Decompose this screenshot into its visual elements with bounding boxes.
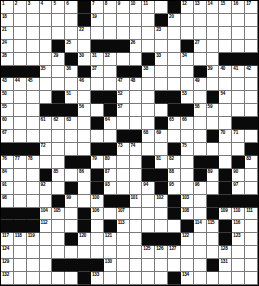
grid-cell[interactable] — [219, 156, 232, 169]
grid-cell[interactable]: 113 — [117, 220, 130, 233]
grid-cell[interactable] — [27, 272, 40, 285]
grid-cell[interactable] — [117, 259, 130, 272]
grid-cell[interactable]: 100 — [91, 195, 104, 208]
grid-cell[interactable]: 39 — [207, 66, 220, 79]
grid-cell[interactable] — [130, 272, 143, 285]
grid-cell[interactable]: 37 — [91, 66, 104, 79]
grid-cell[interactable] — [181, 66, 194, 79]
grid-cell[interactable]: 115 — [207, 220, 220, 233]
grid-cell[interactable]: 92 — [40, 182, 53, 195]
grid-cell[interactable]: 75 — [181, 143, 194, 156]
grid-cell[interactable]: 47 — [117, 78, 130, 91]
grid-cell[interactable] — [91, 246, 104, 259]
grid-cell[interactable] — [14, 40, 27, 53]
grid-cell[interactable] — [40, 78, 53, 91]
grid-cell[interactable] — [245, 246, 258, 259]
grid-cell[interactable] — [130, 53, 143, 66]
grid-cell[interactable] — [219, 117, 232, 130]
grid-cell[interactable] — [181, 130, 194, 143]
grid-cell[interactable] — [14, 53, 27, 66]
grid-cell[interactable] — [52, 156, 65, 169]
grid-cell[interactable]: 26 — [130, 40, 143, 53]
grid-cell[interactable] — [14, 91, 27, 104]
grid-cell[interactable]: 122 — [181, 233, 194, 246]
grid-cell[interactable] — [40, 91, 53, 104]
grid-cell[interactable] — [181, 169, 194, 182]
grid-cell[interactable] — [245, 233, 258, 246]
grid-cell[interactable]: 48 — [130, 78, 143, 91]
grid-cell[interactable]: 70 — [219, 130, 232, 143]
grid-cell[interactable] — [65, 220, 78, 233]
grid-cell[interactable] — [65, 130, 78, 143]
grid-cell[interactable] — [232, 91, 245, 104]
grid-cell[interactable]: 95 — [168, 182, 181, 195]
grid-cell[interactable] — [181, 246, 194, 259]
grid-cell[interactable] — [40, 53, 53, 66]
grid-cell[interactable] — [219, 14, 232, 27]
grid-cell[interactable] — [181, 14, 194, 27]
grid-cell[interactable]: 81 — [155, 156, 168, 169]
grid-cell[interactable] — [27, 91, 40, 104]
grid-cell[interactable]: 82 — [168, 156, 181, 169]
grid-cell[interactable] — [245, 272, 258, 285]
grid-cell[interactable] — [91, 78, 104, 91]
grid-cell[interactable]: 17 — [245, 1, 258, 14]
grid-cell[interactable]: 66 — [181, 117, 194, 130]
grid-cell[interactable]: 123 — [232, 233, 245, 246]
grid-cell[interactable]: 43 — [1, 78, 14, 91]
grid-cell[interactable]: 134 — [181, 272, 194, 285]
grid-cell[interactable] — [52, 182, 65, 195]
grid-cell[interactable] — [130, 208, 143, 221]
grid-cell[interactable]: 61 — [40, 117, 53, 130]
grid-cell[interactable] — [117, 169, 130, 182]
grid-cell[interactable] — [232, 272, 245, 285]
grid-cell[interactable] — [27, 246, 40, 259]
grid-cell[interactable] — [219, 143, 232, 156]
grid-cell[interactable]: 38 — [142, 66, 155, 79]
grid-cell[interactable]: 20 — [168, 14, 181, 27]
grid-cell[interactable] — [130, 117, 143, 130]
grid-cell[interactable] — [52, 246, 65, 259]
grid-cell[interactable] — [142, 27, 155, 40]
grid-cell[interactable] — [104, 14, 117, 27]
grid-cell[interactable] — [181, 27, 194, 40]
grid-cell[interactable] — [27, 259, 40, 272]
grid-cell[interactable] — [168, 220, 181, 233]
grid-cell[interactable] — [78, 143, 91, 156]
grid-cell[interactable] — [245, 259, 258, 272]
grid-cell[interactable] — [181, 182, 194, 195]
grid-cell[interactable] — [245, 91, 258, 104]
grid-cell[interactable] — [130, 156, 143, 169]
grid-cell[interactable] — [40, 272, 53, 285]
grid-cell[interactable]: 67 — [1, 130, 14, 143]
grid-cell[interactable] — [40, 14, 53, 27]
grid-cell[interactable] — [194, 208, 207, 221]
grid-cell[interactable] — [52, 143, 65, 156]
grid-cell[interactable] — [104, 272, 117, 285]
grid-cell[interactable]: 111 — [245, 208, 258, 221]
grid-cell[interactable]: 98 — [1, 195, 14, 208]
grid-cell[interactable] — [52, 27, 65, 40]
grid-cell[interactable] — [232, 40, 245, 53]
grid-cell[interactable]: 10 — [130, 1, 143, 14]
grid-cell[interactable] — [117, 233, 130, 246]
grid-cell[interactable] — [194, 130, 207, 143]
grid-cell[interactable] — [104, 66, 117, 79]
grid-cell[interactable]: 93 — [104, 182, 117, 195]
grid-cell[interactable] — [91, 130, 104, 143]
grid-cell[interactable]: 41 — [232, 66, 245, 79]
grid-cell[interactable] — [104, 208, 117, 221]
grid-cell[interactable]: 28 — [1, 53, 14, 66]
grid-cell[interactable] — [232, 104, 245, 117]
grid-cell[interactable] — [117, 182, 130, 195]
grid-cell[interactable]: 24 — [1, 40, 14, 53]
grid-cell[interactable]: 110 — [232, 208, 245, 221]
grid-cell[interactable] — [181, 259, 194, 272]
grid-cell[interactable]: 85 — [52, 169, 65, 182]
grid-cell[interactable] — [78, 40, 91, 53]
grid-cell[interactable] — [65, 143, 78, 156]
grid-cell[interactable] — [142, 208, 155, 221]
grid-cell[interactable] — [65, 169, 78, 182]
grid-cell[interactable] — [27, 40, 40, 53]
grid-cell[interactable] — [40, 130, 53, 143]
grid-cell[interactable] — [40, 40, 53, 53]
grid-cell[interactable]: 124 — [1, 246, 14, 259]
grid-cell[interactable] — [27, 104, 40, 117]
grid-cell[interactable] — [40, 27, 53, 40]
grid-cell[interactable]: 29 — [52, 53, 65, 66]
grid-cell[interactable] — [232, 78, 245, 91]
grid-cell[interactable] — [40, 156, 53, 169]
grid-cell[interactable] — [40, 246, 53, 259]
grid-cell[interactable] — [130, 169, 143, 182]
grid-cell[interactable]: 79 — [91, 156, 104, 169]
grid-cell[interactable]: 87 — [104, 169, 117, 182]
grid-cell[interactable] — [142, 117, 155, 130]
grid-cell[interactable] — [14, 182, 27, 195]
grid-cell[interactable]: 9 — [117, 1, 130, 14]
grid-cell[interactable] — [245, 78, 258, 91]
grid-cell[interactable] — [117, 117, 130, 130]
grid-cell[interactable]: 71 — [232, 130, 245, 143]
grid-cell[interactable] — [207, 272, 220, 285]
grid-cell[interactable]: 118 — [14, 233, 27, 246]
grid-cell[interactable] — [91, 233, 104, 246]
grid-cell[interactable]: 50 — [1, 91, 14, 104]
grid-cell[interactable] — [78, 130, 91, 143]
grid-cell[interactable]: 84 — [1, 169, 14, 182]
grid-cell[interactable] — [27, 182, 40, 195]
grid-cell[interactable] — [155, 272, 168, 285]
grid-cell[interactable] — [155, 220, 168, 233]
grid-cell[interactable] — [194, 117, 207, 130]
grid-cell[interactable]: 77 — [14, 156, 27, 169]
grid-cell[interactable] — [232, 246, 245, 259]
grid-cell[interactable]: 112 — [40, 220, 53, 233]
grid-cell[interactable] — [27, 117, 40, 130]
grid-cell[interactable] — [245, 130, 258, 143]
grid-cell[interactable] — [104, 130, 117, 143]
grid-cell[interactable]: 25 — [65, 40, 78, 53]
grid-cell[interactable] — [14, 272, 27, 285]
grid-cell[interactable]: 57 — [117, 104, 130, 117]
grid-cell[interactable] — [207, 246, 220, 259]
grid-cell[interactable] — [27, 27, 40, 40]
grid-cell[interactable] — [52, 14, 65, 27]
grid-cell[interactable]: 125 — [142, 246, 155, 259]
grid-cell[interactable] — [245, 169, 258, 182]
grid-cell[interactable]: 19 — [91, 14, 104, 27]
grid-cell[interactable] — [155, 208, 168, 221]
grid-cell[interactable] — [168, 66, 181, 79]
grid-cell[interactable] — [117, 14, 130, 27]
grid-cell[interactable] — [52, 78, 65, 91]
grid-cell[interactable] — [219, 104, 232, 117]
grid-cell[interactable]: 127 — [168, 246, 181, 259]
grid-cell[interactable]: 34 — [181, 53, 194, 66]
grid-cell[interactable]: 117 — [1, 233, 14, 246]
grid-cell[interactable]: 11 — [142, 1, 155, 14]
grid-cell[interactable]: 12 — [181, 1, 194, 14]
grid-cell[interactable]: 78 — [27, 156, 40, 169]
grid-cell[interactable] — [168, 53, 181, 66]
grid-cell[interactable] — [207, 14, 220, 27]
grid-cell[interactable]: 18 — [1, 14, 14, 27]
grid-cell[interactable]: 53 — [181, 91, 194, 104]
grid-cell[interactable] — [168, 78, 181, 91]
grid-cell[interactable] — [91, 220, 104, 233]
grid-cell[interactable]: 22 — [78, 27, 91, 40]
grid-cell[interactable] — [91, 27, 104, 40]
grid-cell[interactable] — [194, 246, 207, 259]
grid-cell[interactable]: 90 — [232, 169, 245, 182]
grid-cell[interactable] — [14, 27, 27, 40]
grid-cell[interactable] — [52, 220, 65, 233]
grid-cell[interactable] — [117, 156, 130, 169]
grid-cell[interactable]: 35 — [40, 66, 53, 79]
grid-cell[interactable] — [130, 14, 143, 27]
grid-cell[interactable] — [117, 246, 130, 259]
grid-cell[interactable]: 21 — [1, 27, 14, 40]
grid-cell[interactable]: 5 — [52, 1, 65, 14]
grid-cell[interactable] — [155, 66, 168, 79]
grid-cell[interactable] — [155, 78, 168, 91]
grid-cell[interactable] — [232, 14, 245, 27]
grid-cell[interactable]: 68 — [142, 130, 155, 143]
grid-cell[interactable]: 106 — [91, 208, 104, 221]
grid-cell[interactable] — [14, 169, 27, 182]
grid-cell[interactable]: 83 — [245, 156, 258, 169]
grid-cell[interactable] — [14, 104, 27, 117]
grid-cell[interactable] — [142, 14, 155, 27]
grid-cell[interactable] — [40, 259, 53, 272]
grid-cell[interactable] — [27, 130, 40, 143]
grid-cell[interactable] — [207, 78, 220, 91]
grid-cell[interactable] — [194, 91, 207, 104]
grid-cell[interactable]: 45 — [27, 78, 40, 91]
grid-cell[interactable]: 89 — [207, 169, 220, 182]
grid-cell[interactable]: 88 — [168, 169, 181, 182]
grid-cell[interactable]: 63 — [65, 117, 78, 130]
grid-cell[interactable]: 108 — [181, 208, 194, 221]
grid-cell[interactable]: 54 — [219, 91, 232, 104]
grid-cell[interactable]: 51 — [65, 91, 78, 104]
grid-cell[interactable] — [52, 272, 65, 285]
grid-cell[interactable] — [181, 156, 194, 169]
grid-cell[interactable]: 4 — [40, 1, 53, 14]
grid-cell[interactable] — [142, 143, 155, 156]
grid-cell[interactable] — [207, 53, 220, 66]
grid-cell[interactable]: 107 — [117, 208, 130, 221]
grid-cell[interactable] — [219, 272, 232, 285]
grid-cell[interactable] — [130, 220, 143, 233]
grid-cell[interactable]: 27 — [194, 40, 207, 53]
grid-cell[interactable] — [194, 53, 207, 66]
grid-cell[interactable] — [142, 91, 155, 104]
grid-cell[interactable]: 64 — [104, 117, 117, 130]
grid-cell[interactable]: 23 — [155, 27, 168, 40]
grid-cell[interactable] — [78, 246, 91, 259]
grid-cell[interactable] — [142, 104, 155, 117]
grid-cell[interactable] — [27, 14, 40, 27]
grid-cell[interactable]: 59 — [207, 104, 220, 117]
grid-cell[interactable] — [14, 246, 27, 259]
grid-cell[interactable] — [40, 195, 53, 208]
grid-cell[interactable]: 56 — [78, 104, 91, 117]
grid-cell[interactable] — [14, 130, 27, 143]
grid-cell[interactable] — [117, 272, 130, 285]
grid-cell[interactable] — [155, 143, 168, 156]
grid-cell[interactable]: 55 — [1, 104, 14, 117]
grid-cell[interactable] — [130, 233, 143, 246]
grid-cell[interactable] — [207, 40, 220, 53]
grid-cell[interactable]: 7 — [91, 1, 104, 14]
grid-cell[interactable] — [78, 195, 91, 208]
grid-cell[interactable] — [232, 27, 245, 40]
grid-cell[interactable] — [14, 259, 27, 272]
grid-cell[interactable]: 86 — [78, 169, 91, 182]
grid-cell[interactable] — [194, 233, 207, 246]
grid-cell[interactable] — [52, 233, 65, 246]
grid-cell[interactable] — [194, 27, 207, 40]
grid-cell[interactable]: 32 — [104, 53, 117, 66]
grid-cell[interactable] — [142, 272, 155, 285]
grid-cell[interactable]: 62 — [52, 117, 65, 130]
grid-cell[interactable] — [245, 182, 258, 195]
grid-cell[interactable] — [130, 27, 143, 40]
grid-cell[interactable] — [130, 104, 143, 117]
grid-cell[interactable]: 44 — [14, 78, 27, 91]
grid-cell[interactable] — [219, 40, 232, 53]
grid-cell[interactable]: 103 — [181, 195, 194, 208]
grid-cell[interactable] — [65, 208, 78, 221]
grid-cell[interactable] — [104, 246, 117, 259]
grid-cell[interactable] — [245, 27, 258, 40]
grid-cell[interactable]: 46 — [78, 78, 91, 91]
grid-cell[interactable] — [40, 233, 53, 246]
grid-cell[interactable] — [155, 259, 168, 272]
grid-cell[interactable] — [142, 78, 155, 91]
grid-cell[interactable]: 120 — [78, 233, 91, 246]
grid-cell[interactable]: 72 — [40, 143, 53, 156]
grid-cell[interactable]: 1 — [1, 1, 14, 14]
grid-cell[interactable]: 36 — [65, 66, 78, 79]
grid-cell[interactable] — [142, 195, 155, 208]
grid-cell[interactable] — [52, 66, 65, 79]
grid-cell[interactable]: 49 — [194, 78, 207, 91]
grid-cell[interactable] — [65, 27, 78, 40]
grid-cell[interactable]: 114 — [194, 220, 207, 233]
grid-cell[interactable] — [117, 27, 130, 40]
grid-cell[interactable] — [130, 259, 143, 272]
grid-cell[interactable]: 40 — [219, 66, 232, 79]
grid-cell[interactable] — [65, 14, 78, 27]
grid-cell[interactable] — [181, 78, 194, 91]
grid-cell[interactable] — [245, 14, 258, 27]
grid-cell[interactable]: 97 — [232, 182, 245, 195]
grid-cell[interactable] — [142, 220, 155, 233]
grid-cell[interactable] — [130, 246, 143, 259]
grid-cell[interactable]: 76 — [1, 156, 14, 169]
grid-cell[interactable] — [130, 182, 143, 195]
grid-cell[interactable]: 14 — [207, 1, 220, 14]
grid-cell[interactable] — [78, 117, 91, 130]
grid-cell[interactable] — [155, 40, 168, 53]
grid-cell[interactable]: 3 — [27, 1, 40, 14]
grid-cell[interactable]: 42 — [245, 66, 258, 79]
grid-cell[interactable] — [117, 53, 130, 66]
grid-cell[interactable] — [104, 27, 117, 40]
grid-cell[interactable]: 128 — [219, 246, 232, 259]
grid-cell[interactable]: 99 — [65, 195, 78, 208]
grid-cell[interactable] — [168, 130, 181, 143]
grid-cell[interactable] — [65, 272, 78, 285]
grid-cell[interactable]: 131 — [219, 259, 232, 272]
grid-cell[interactable] — [219, 27, 232, 40]
grid-cell[interactable] — [232, 259, 245, 272]
grid-cell[interactable] — [245, 40, 258, 53]
grid-cell[interactable]: 119 — [27, 233, 40, 246]
grid-cell[interactable]: 65 — [168, 117, 181, 130]
grid-cell[interactable]: 133 — [91, 272, 104, 285]
grid-cell[interactable]: 16 — [232, 1, 245, 14]
grid-cell[interactable]: 74 — [130, 143, 143, 156]
grid-cell[interactable] — [194, 259, 207, 272]
grid-cell[interactable]: 33 — [155, 53, 168, 66]
grid-cell[interactable] — [52, 130, 65, 143]
grid-cell[interactable] — [155, 104, 168, 117]
grid-cell[interactable]: 104 — [40, 208, 53, 221]
grid-cell[interactable] — [65, 246, 78, 259]
grid-cell[interactable] — [91, 104, 104, 117]
grid-cell[interactable]: 130 — [104, 259, 117, 272]
grid-cell[interactable] — [14, 117, 27, 130]
grid-cell[interactable] — [14, 195, 27, 208]
grid-cell[interactable] — [245, 104, 258, 117]
grid-cell[interactable]: 132 — [1, 272, 14, 285]
grid-cell[interactable] — [219, 78, 232, 91]
grid-cell[interactable] — [130, 91, 143, 104]
grid-cell[interactable] — [194, 14, 207, 27]
grid-cell[interactable]: 129 — [1, 259, 14, 272]
grid-cell[interactable]: 8 — [104, 1, 117, 14]
grid-cell[interactable] — [168, 259, 181, 272]
grid-cell[interactable] — [27, 195, 40, 208]
